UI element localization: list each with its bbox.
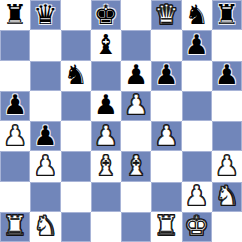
square-a2[interactable] — [0, 182, 30, 212]
square-d7[interactable]: ♝ — [91, 30, 121, 60]
piece-black-pawn: ♟ — [94, 91, 118, 118]
square-f4[interactable]: ♟ — [151, 121, 181, 151]
piece-black-king: ♚ — [94, 1, 118, 28]
square-c6[interactable]: ♞ — [61, 61, 91, 91]
square-b7[interactable] — [30, 30, 60, 60]
square-g7[interactable]: ♟ — [182, 30, 212, 60]
square-d3[interactable]: ♝ — [91, 151, 121, 181]
piece-white-king: ♚ — [185, 212, 209, 239]
square-c4[interactable] — [61, 121, 91, 151]
piece-white-rook: ♜ — [3, 212, 27, 239]
piece-black-pawn: ♟ — [185, 31, 209, 58]
square-b5[interactable] — [30, 91, 60, 121]
square-a5[interactable]: ♟ — [0, 91, 30, 121]
square-c3[interactable] — [61, 151, 91, 181]
square-e4[interactable] — [121, 121, 151, 151]
square-f8[interactable]: ♛ — [151, 0, 181, 30]
square-g1[interactable]: ♚ — [182, 212, 212, 242]
square-c8[interactable] — [61, 0, 91, 30]
square-e8[interactable] — [121, 0, 151, 30]
piece-white-pawn: ♟ — [124, 91, 148, 118]
piece-white-pawn: ♟ — [3, 122, 27, 149]
square-e2[interactable] — [121, 182, 151, 212]
chess-board: ♜♛♚♛♞♜♝♟♞♟♟♟♟♟♟♟♟♟♟♟♝♝♟♟♞♜♞♜♚ — [0, 0, 242, 242]
square-a8[interactable]: ♜ — [0, 0, 30, 30]
square-h6[interactable]: ♟ — [212, 61, 242, 91]
square-h5[interactable] — [212, 91, 242, 121]
square-h3[interactable]: ♟ — [212, 151, 242, 181]
piece-white-knight: ♞ — [33, 212, 57, 239]
piece-white-rook: ♜ — [154, 212, 178, 239]
piece-white-pawn: ♟ — [215, 152, 239, 179]
square-g3[interactable] — [182, 151, 212, 181]
piece-black-rook: ♜ — [215, 1, 239, 28]
square-b2[interactable] — [30, 182, 60, 212]
square-g8[interactable]: ♞ — [182, 0, 212, 30]
square-d4[interactable]: ♟ — [91, 121, 121, 151]
square-e6[interactable]: ♟ — [121, 61, 151, 91]
piece-black-pawn: ♟ — [124, 61, 148, 88]
square-c5[interactable] — [61, 91, 91, 121]
square-f6[interactable]: ♟ — [151, 61, 181, 91]
square-a6[interactable] — [0, 61, 30, 91]
square-d2[interactable] — [91, 182, 121, 212]
square-f7[interactable] — [151, 30, 181, 60]
piece-white-pawn: ♟ — [33, 152, 57, 179]
square-f3[interactable] — [151, 151, 181, 181]
square-e7[interactable] — [121, 30, 151, 60]
square-f5[interactable] — [151, 91, 181, 121]
piece-white-bishop: ♝ — [124, 152, 148, 179]
square-c1[interactable] — [61, 212, 91, 242]
piece-black-pawn: ♟ — [33, 122, 57, 149]
piece-black-queen: ♛ — [33, 1, 57, 28]
square-d6[interactable] — [91, 61, 121, 91]
square-d1[interactable] — [91, 212, 121, 242]
piece-white-knight: ♞ — [215, 182, 239, 209]
square-h7[interactable] — [212, 30, 242, 60]
piece-black-rook: ♜ — [3, 1, 27, 28]
piece-white-pawn: ♟ — [94, 122, 118, 149]
square-f2[interactable] — [151, 182, 181, 212]
square-h2[interactable]: ♞ — [212, 182, 242, 212]
square-g5[interactable] — [182, 91, 212, 121]
piece-black-knight: ♞ — [64, 61, 88, 88]
square-f1[interactable]: ♜ — [151, 212, 181, 242]
square-g4[interactable] — [182, 121, 212, 151]
square-d8[interactable]: ♚ — [91, 0, 121, 30]
piece-black-knight: ♞ — [185, 1, 209, 28]
square-h4[interactable] — [212, 121, 242, 151]
square-e1[interactable] — [121, 212, 151, 242]
square-b8[interactable]: ♛ — [30, 0, 60, 30]
square-c7[interactable] — [61, 30, 91, 60]
square-b6[interactable] — [30, 61, 60, 91]
square-e5[interactable]: ♟ — [121, 91, 151, 121]
piece-black-pawn: ♟ — [154, 61, 178, 88]
piece-white-bishop: ♝ — [94, 152, 118, 179]
square-b4[interactable]: ♟ — [30, 121, 60, 151]
square-h8[interactable]: ♜ — [212, 0, 242, 30]
square-a1[interactable]: ♜ — [0, 212, 30, 242]
square-b3[interactable]: ♟ — [30, 151, 60, 181]
square-g6[interactable] — [182, 61, 212, 91]
piece-white-pawn: ♟ — [185, 182, 209, 209]
square-b1[interactable]: ♞ — [30, 212, 60, 242]
square-a4[interactable]: ♟ — [0, 121, 30, 151]
piece-black-pawn: ♟ — [215, 61, 239, 88]
square-c2[interactable] — [61, 182, 91, 212]
piece-white-queen: ♛ — [154, 1, 178, 28]
square-h1[interactable] — [212, 212, 242, 242]
square-a7[interactable] — [0, 30, 30, 60]
square-d5[interactable]: ♟ — [91, 91, 121, 121]
square-a3[interactable] — [0, 151, 30, 181]
square-g2[interactable]: ♟ — [182, 182, 212, 212]
square-e3[interactable]: ♝ — [121, 151, 151, 181]
piece-white-pawn: ♟ — [154, 122, 178, 149]
piece-black-pawn: ♟ — [3, 91, 27, 118]
piece-black-bishop: ♝ — [94, 31, 118, 58]
